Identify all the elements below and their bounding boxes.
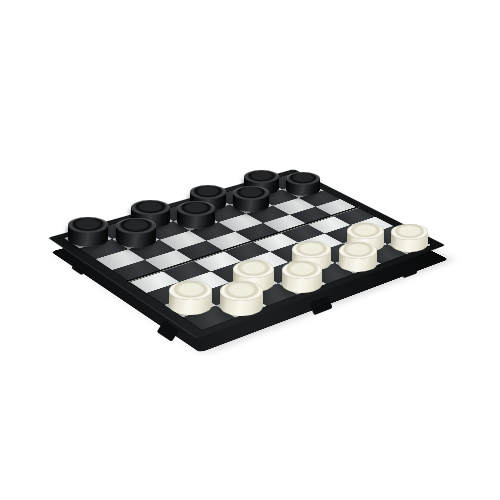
black-piece-r2-c2 bbox=[116, 218, 156, 248]
piece-top-face bbox=[220, 281, 263, 301]
black-piece-r2-c6 bbox=[233, 186, 269, 213]
white-piece-r8-c6 bbox=[339, 242, 378, 272]
product-photo bbox=[0, 0, 500, 500]
piece-top-face bbox=[190, 185, 227, 199]
piece-top-face bbox=[169, 281, 212, 301]
piece-top-face bbox=[286, 172, 321, 185]
black-piece-r1-c1 bbox=[68, 217, 108, 247]
piece-top-face bbox=[292, 241, 331, 258]
black-piece-r2-c4 bbox=[177, 201, 215, 229]
white-piece-r8-c4 bbox=[282, 261, 323, 293]
piece-top-face bbox=[347, 223, 384, 239]
piece-top-face bbox=[391, 224, 428, 240]
black-piece-r2-c8 bbox=[286, 172, 321, 197]
piece-top-face bbox=[116, 218, 156, 234]
white-piece-r8-c8 bbox=[391, 224, 428, 252]
piece-top-face bbox=[68, 217, 108, 233]
white-piece-r8-c2 bbox=[220, 281, 263, 315]
piece-top-face bbox=[282, 261, 323, 279]
piece-top-face bbox=[131, 200, 170, 215]
white-piece-r7-c1 bbox=[169, 281, 212, 316]
piece-top-face bbox=[339, 242, 378, 259]
piece-top-face bbox=[233, 260, 274, 278]
